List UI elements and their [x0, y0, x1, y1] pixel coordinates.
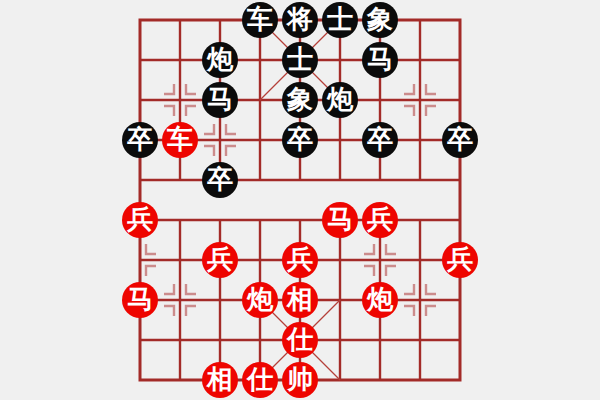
- piece-black-advisor[interactable]: 士: [322, 2, 358, 38]
- piece-red-soldier[interactable]: 兵: [442, 242, 478, 278]
- piece-black-advisor[interactable]: 士: [282, 42, 318, 78]
- piece-black-horse[interactable]: 马: [202, 82, 238, 118]
- piece-red-horse[interactable]: 马: [322, 202, 358, 238]
- piece-red-chariot[interactable]: 车: [162, 122, 198, 158]
- piece-black-elephant[interactable]: 象: [362, 2, 398, 38]
- piece-black-king[interactable]: 将: [282, 2, 318, 38]
- piece-black-cannon[interactable]: 炮: [322, 82, 358, 118]
- piece-red-soldier[interactable]: 兵: [362, 202, 398, 238]
- piece-black-soldier[interactable]: 卒: [282, 122, 318, 158]
- pieces-grid: 车将士象炮士马马象炮卒车卒卒卒卒兵马兵兵兵兵马炮相炮仕相仕帅: [120, 0, 480, 400]
- piece-black-chariot[interactable]: 车: [242, 2, 278, 38]
- piece-black-soldier[interactable]: 卒: [202, 162, 238, 198]
- piece-red-soldier[interactable]: 兵: [282, 242, 318, 278]
- piece-red-advisor[interactable]: 仕: [282, 322, 318, 358]
- piece-red-king[interactable]: 帅: [282, 362, 318, 398]
- xiangqi-board: 车将士象炮士马马象炮卒车卒卒卒卒兵马兵兵兵兵马炮相炮仕相仕帅: [0, 0, 600, 400]
- piece-red-elephant[interactable]: 相: [282, 282, 318, 318]
- piece-black-soldier[interactable]: 卒: [442, 122, 478, 158]
- piece-red-elephant[interactable]: 相: [202, 362, 238, 398]
- piece-red-soldier[interactable]: 兵: [122, 202, 158, 238]
- piece-red-cannon[interactable]: 炮: [362, 282, 398, 318]
- piece-black-horse[interactable]: 马: [362, 42, 398, 78]
- piece-red-cannon[interactable]: 炮: [242, 282, 278, 318]
- piece-black-soldier[interactable]: 卒: [122, 122, 158, 158]
- piece-black-cannon[interactable]: 炮: [202, 42, 238, 78]
- piece-black-soldier[interactable]: 卒: [362, 122, 398, 158]
- piece-red-soldier[interactable]: 兵: [202, 242, 238, 278]
- piece-red-advisor[interactable]: 仕: [242, 362, 278, 398]
- piece-red-horse[interactable]: 马: [122, 282, 158, 318]
- piece-black-elephant[interactable]: 象: [282, 82, 318, 118]
